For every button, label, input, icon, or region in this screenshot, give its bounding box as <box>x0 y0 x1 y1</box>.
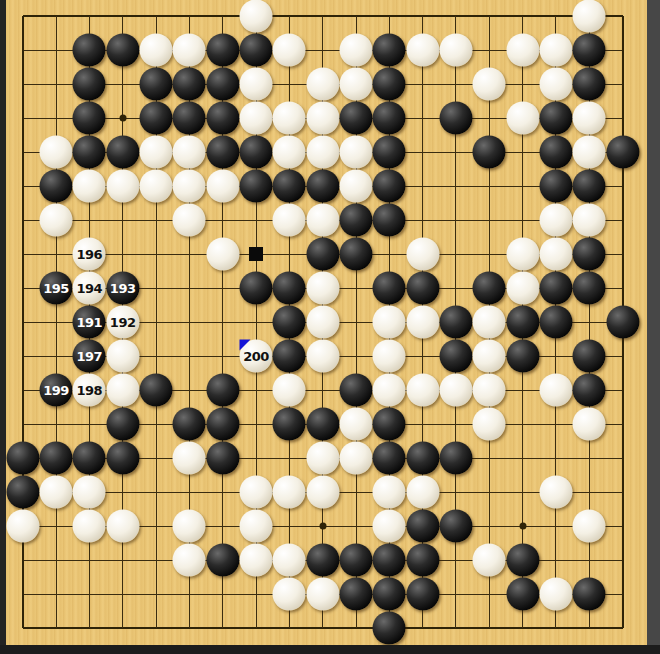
black-stone <box>373 68 406 101</box>
black-stone <box>573 578 606 611</box>
move-number-label: 197 <box>77 350 103 363</box>
black-stone <box>306 170 339 203</box>
white-stone: 200 <box>240 340 273 373</box>
black-stone <box>106 408 139 441</box>
black-stone <box>539 136 572 169</box>
white-stone <box>106 340 139 373</box>
black-stone <box>340 578 373 611</box>
move-number-label: 193 <box>110 282 136 295</box>
window-edge-right <box>647 0 660 654</box>
white-stone <box>406 374 439 407</box>
black-stone: 197 <box>73 340 106 373</box>
white-stone <box>473 340 506 373</box>
white-stone: 198 <box>73 374 106 407</box>
black-stone <box>73 136 106 169</box>
black-stone <box>439 102 472 135</box>
black-stone <box>539 306 572 339</box>
white-stone <box>40 476 73 509</box>
move-number-label: 194 <box>77 282 103 295</box>
white-stone <box>340 170 373 203</box>
black-stone <box>406 272 439 305</box>
white-stone <box>373 510 406 543</box>
white-stone <box>173 170 206 203</box>
white-stone <box>6 510 39 543</box>
window-edge-left <box>0 0 6 654</box>
white-stone <box>306 340 339 373</box>
black-stone <box>373 204 406 237</box>
white-stone <box>573 510 606 543</box>
hoshi-point <box>119 115 126 122</box>
black-stone <box>506 578 539 611</box>
black-stone <box>606 306 639 339</box>
white-stone <box>140 136 173 169</box>
white-stone <box>573 0 606 33</box>
white-stone <box>206 238 239 271</box>
white-stone <box>506 272 539 305</box>
white-stone <box>106 510 139 543</box>
black-stone <box>506 340 539 373</box>
black-stone: 199 <box>40 374 73 407</box>
black-stone <box>573 68 606 101</box>
white-stone <box>473 544 506 577</box>
black-stone <box>206 374 239 407</box>
black-stone <box>6 476 39 509</box>
white-stone <box>40 204 73 237</box>
black-stone <box>373 272 406 305</box>
white-stone <box>273 476 306 509</box>
white-stone <box>406 476 439 509</box>
white-stone <box>273 102 306 135</box>
white-stone <box>173 442 206 475</box>
white-stone <box>573 204 606 237</box>
white-stone <box>273 544 306 577</box>
white-stone <box>439 34 472 67</box>
white-stone <box>406 238 439 271</box>
black-stone <box>373 612 406 645</box>
window-edge-bottom <box>0 645 660 654</box>
black-stone <box>73 102 106 135</box>
white-stone <box>573 102 606 135</box>
white-stone <box>506 34 539 67</box>
white-stone <box>373 306 406 339</box>
black-stone <box>273 306 306 339</box>
hoshi-point <box>319 523 326 530</box>
black-stone <box>373 442 406 475</box>
white-stone <box>173 136 206 169</box>
black-stone <box>573 374 606 407</box>
black-stone <box>439 340 472 373</box>
black-stone <box>373 136 406 169</box>
black-stone <box>406 544 439 577</box>
black-stone <box>439 442 472 475</box>
black-stone <box>439 510 472 543</box>
white-stone <box>539 578 572 611</box>
black-stone <box>340 374 373 407</box>
black-stone <box>240 34 273 67</box>
white-stone <box>340 136 373 169</box>
move-number-label: 192 <box>110 316 136 329</box>
white-stone <box>273 34 306 67</box>
black-stone <box>206 136 239 169</box>
white-stone <box>573 136 606 169</box>
black-stone <box>206 442 239 475</box>
black-stone: 195 <box>40 272 73 305</box>
black-stone <box>73 442 106 475</box>
black-stone: 191 <box>73 306 106 339</box>
black-stone: 193 <box>106 272 139 305</box>
black-stone <box>439 306 472 339</box>
black-stone <box>6 442 39 475</box>
black-stone <box>340 204 373 237</box>
white-stone <box>40 136 73 169</box>
black-stone <box>273 170 306 203</box>
move-number-label: 195 <box>43 282 69 295</box>
white-stone <box>240 476 273 509</box>
black-stone <box>306 544 339 577</box>
black-stone <box>140 102 173 135</box>
black-stone <box>206 34 239 67</box>
black-stone <box>73 34 106 67</box>
white-stone <box>140 170 173 203</box>
white-stone <box>373 374 406 407</box>
white-stone <box>539 476 572 509</box>
white-stone <box>273 374 306 407</box>
white-stone <box>273 578 306 611</box>
white-stone <box>273 136 306 169</box>
black-stone <box>106 34 139 67</box>
white-stone: 196 <box>73 238 106 271</box>
black-stone <box>473 272 506 305</box>
black-stone <box>573 340 606 373</box>
white-stone <box>73 476 106 509</box>
white-stone <box>406 34 439 67</box>
black-stone <box>340 544 373 577</box>
black-stone <box>573 238 606 271</box>
white-stone <box>306 136 339 169</box>
black-stone <box>373 102 406 135</box>
black-stone <box>306 408 339 441</box>
white-stone <box>539 374 572 407</box>
move-number-label: 191 <box>77 316 103 329</box>
white-stone <box>506 102 539 135</box>
white-stone <box>173 544 206 577</box>
black-stone <box>240 136 273 169</box>
black-stone <box>573 170 606 203</box>
white-stone <box>306 102 339 135</box>
black-stone <box>206 408 239 441</box>
black-stone <box>273 340 306 373</box>
black-stone <box>173 68 206 101</box>
black-stone <box>173 408 206 441</box>
square-marker-icon <box>249 247 263 261</box>
white-stone <box>306 578 339 611</box>
black-stone <box>406 442 439 475</box>
white-stone <box>306 204 339 237</box>
black-stone <box>273 272 306 305</box>
black-stone <box>206 102 239 135</box>
white-stone <box>539 34 572 67</box>
white-stone <box>340 68 373 101</box>
white-stone <box>106 374 139 407</box>
black-stone <box>106 442 139 475</box>
black-stone <box>539 170 572 203</box>
white-stone <box>539 238 572 271</box>
black-stone <box>340 238 373 271</box>
black-stone <box>306 238 339 271</box>
black-stone <box>340 102 373 135</box>
move-number-label: 200 <box>243 350 269 363</box>
black-stone <box>373 170 406 203</box>
white-stone <box>306 442 339 475</box>
white-stone <box>539 204 572 237</box>
black-stone <box>273 408 306 441</box>
black-stone <box>40 442 73 475</box>
grid-vline <box>56 16 57 628</box>
go-board[interactable]: 196195194193191192197200199198 <box>0 0 660 654</box>
white-stone <box>273 204 306 237</box>
white-stone <box>573 408 606 441</box>
white-stone <box>506 238 539 271</box>
hoshi-point <box>519 523 526 530</box>
black-stone <box>240 272 273 305</box>
white-stone <box>240 510 273 543</box>
black-stone <box>206 68 239 101</box>
white-stone <box>306 272 339 305</box>
black-stone <box>539 102 572 135</box>
white-stone <box>306 476 339 509</box>
black-stone <box>606 136 639 169</box>
black-stone <box>406 510 439 543</box>
black-stone <box>506 544 539 577</box>
white-stone <box>373 340 406 373</box>
white-stone <box>340 442 373 475</box>
white-stone <box>539 68 572 101</box>
white-stone <box>106 170 139 203</box>
black-stone <box>573 34 606 67</box>
black-stone <box>206 544 239 577</box>
white-stone <box>206 170 239 203</box>
black-stone <box>173 102 206 135</box>
white-stone <box>306 68 339 101</box>
white-stone <box>240 544 273 577</box>
black-stone <box>240 170 273 203</box>
white-stone <box>306 306 339 339</box>
white-stone <box>473 68 506 101</box>
white-stone <box>173 34 206 67</box>
white-stone <box>140 34 173 67</box>
white-stone <box>340 34 373 67</box>
black-stone <box>373 34 406 67</box>
white-stone <box>373 476 406 509</box>
black-stone <box>373 408 406 441</box>
black-stone <box>473 136 506 169</box>
move-number-label: 198 <box>77 384 103 397</box>
white-stone <box>473 408 506 441</box>
white-stone <box>473 306 506 339</box>
black-stone <box>73 68 106 101</box>
black-stone <box>106 136 139 169</box>
black-stone <box>140 68 173 101</box>
white-stone <box>173 510 206 543</box>
white-stone <box>473 374 506 407</box>
black-stone <box>406 578 439 611</box>
white-stone <box>240 0 273 33</box>
move-number-label: 196 <box>77 248 103 261</box>
white-stone: 192 <box>106 306 139 339</box>
black-stone <box>40 170 73 203</box>
white-stone <box>340 408 373 441</box>
black-stone <box>573 272 606 305</box>
last-move-triangle-icon <box>240 340 251 351</box>
black-stone <box>373 578 406 611</box>
white-stone: 194 <box>73 272 106 305</box>
white-stone <box>73 510 106 543</box>
black-stone <box>373 544 406 577</box>
move-number-label: 199 <box>43 384 69 397</box>
white-stone <box>73 170 106 203</box>
white-stone <box>406 306 439 339</box>
white-stone <box>240 102 273 135</box>
white-stone <box>439 374 472 407</box>
white-stone <box>173 204 206 237</box>
black-stone <box>140 374 173 407</box>
black-stone <box>539 272 572 305</box>
white-stone <box>240 68 273 101</box>
go-game-window: 196195194193191192197200199198 <box>0 0 660 654</box>
black-stone <box>506 306 539 339</box>
